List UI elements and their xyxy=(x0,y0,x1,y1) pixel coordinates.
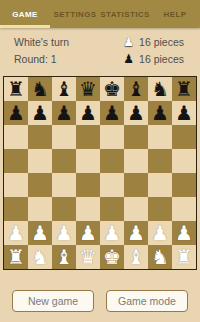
square-b7[interactable]: ♟ xyxy=(28,101,52,125)
white-pawn: ♟ xyxy=(7,221,25,245)
square-a7[interactable]: ♟ xyxy=(4,101,28,125)
game-mode-button[interactable]: Game mode xyxy=(106,290,188,312)
square-c7[interactable]: ♟ xyxy=(52,101,76,125)
square-h6[interactable] xyxy=(172,125,196,149)
square-d7[interactable]: ♟ xyxy=(76,101,100,125)
square-f8[interactable]: ♝ xyxy=(124,77,148,101)
square-g6[interactable] xyxy=(148,125,172,149)
square-f2[interactable]: ♟ xyxy=(124,221,148,245)
tab-settings[interactable]: SETTINGS xyxy=(50,0,100,28)
tab-bar: GAME SETTINGS STATISTICS HELP xyxy=(0,0,200,28)
black-knight: ♞ xyxy=(31,77,49,101)
square-d3[interactable] xyxy=(76,197,100,221)
status-strip: White's turn Round: 1 ♟ 16 pieces ♟ 16 p… xyxy=(0,28,200,76)
black-knight: ♞ xyxy=(151,77,169,101)
black-bishop: ♝ xyxy=(127,77,145,101)
square-d6[interactable] xyxy=(76,125,100,149)
board-container: ♜♞♝♛♚♝♞♜♟♟♟♟♟♟♟♟♟♟♟♟♟♟♟♟♜♞♝♛♚♝♞♜ xyxy=(0,76,200,270)
square-g5[interactable] xyxy=(148,149,172,173)
square-a4[interactable] xyxy=(4,173,28,197)
square-c4[interactable] xyxy=(52,173,76,197)
square-e2[interactable]: ♟ xyxy=(100,221,124,245)
white-pawn: ♟ xyxy=(127,221,145,245)
square-a6[interactable] xyxy=(4,125,28,149)
square-d1[interactable]: ♛ xyxy=(76,245,100,269)
square-c1[interactable]: ♝ xyxy=(52,245,76,269)
white-piece-count-row: ♟ 16 pieces xyxy=(123,35,184,49)
tab-help[interactable]: HELP xyxy=(150,0,200,28)
square-g8[interactable]: ♞ xyxy=(148,77,172,101)
tab-statistics[interactable]: STATISTICS xyxy=(100,0,150,28)
square-h4[interactable] xyxy=(172,173,196,197)
action-buttons: New game Game mode xyxy=(0,290,200,312)
square-a8[interactable]: ♜ xyxy=(4,77,28,101)
white-pawn: ♟ xyxy=(103,221,121,245)
square-f6[interactable] xyxy=(124,125,148,149)
square-b8[interactable]: ♞ xyxy=(28,77,52,101)
black-pawn: ♟ xyxy=(175,101,193,125)
square-f5[interactable] xyxy=(124,149,148,173)
white-piece-count: 16 pieces xyxy=(139,35,184,49)
square-b6[interactable] xyxy=(28,125,52,149)
square-h5[interactable] xyxy=(172,149,196,173)
square-g4[interactable] xyxy=(148,173,172,197)
black-pawn: ♟ xyxy=(103,101,121,125)
square-e8[interactable]: ♚ xyxy=(100,77,124,101)
white-pawn-icon: ♟ xyxy=(123,35,134,49)
black-piece-count-row: ♟ 16 pieces xyxy=(123,52,184,66)
square-b3[interactable] xyxy=(28,197,52,221)
square-f7[interactable]: ♟ xyxy=(124,101,148,125)
white-pawn: ♟ xyxy=(55,221,73,245)
black-pawn: ♟ xyxy=(151,101,169,125)
white-knight: ♞ xyxy=(151,245,169,269)
turn-info: White's turn Round: 1 xyxy=(14,35,69,76)
square-c8[interactable]: ♝ xyxy=(52,77,76,101)
square-c5[interactable] xyxy=(52,149,76,173)
white-rook: ♜ xyxy=(7,245,25,269)
square-f4[interactable] xyxy=(124,173,148,197)
white-knight: ♞ xyxy=(31,245,49,269)
square-b2[interactable]: ♟ xyxy=(28,221,52,245)
square-d4[interactable] xyxy=(76,173,100,197)
square-f3[interactable] xyxy=(124,197,148,221)
black-bishop: ♝ xyxy=(55,77,73,101)
square-h1[interactable]: ♜ xyxy=(172,245,196,269)
square-b5[interactable] xyxy=(28,149,52,173)
square-d5[interactable] xyxy=(76,149,100,173)
square-g2[interactable]: ♟ xyxy=(148,221,172,245)
white-pawn: ♟ xyxy=(151,221,169,245)
black-rook: ♜ xyxy=(175,77,193,101)
square-h8[interactable]: ♜ xyxy=(172,77,196,101)
square-a2[interactable]: ♟ xyxy=(4,221,28,245)
new-game-button[interactable]: New game xyxy=(12,290,94,312)
square-e7[interactable]: ♟ xyxy=(100,101,124,125)
square-g3[interactable] xyxy=(148,197,172,221)
square-a5[interactable] xyxy=(4,149,28,173)
white-pawn: ♟ xyxy=(79,221,97,245)
black-pawn: ♟ xyxy=(127,101,145,125)
square-c2[interactable]: ♟ xyxy=(52,221,76,245)
black-queen: ♛ xyxy=(79,77,97,101)
black-pawn: ♟ xyxy=(55,101,73,125)
black-king: ♚ xyxy=(103,77,121,101)
square-h7[interactable]: ♟ xyxy=(172,101,196,125)
black-pawn: ♟ xyxy=(7,101,25,125)
round-label: Round: 1 xyxy=(14,52,69,66)
tab-game[interactable]: GAME xyxy=(0,0,50,28)
black-pawn: ♟ xyxy=(79,101,97,125)
square-b4[interactable] xyxy=(28,173,52,197)
square-f1[interactable]: ♝ xyxy=(124,245,148,269)
white-pawn: ♟ xyxy=(31,221,49,245)
square-c3[interactable] xyxy=(52,197,76,221)
black-pawn: ♟ xyxy=(31,101,49,125)
square-h3[interactable] xyxy=(172,197,196,221)
square-e3[interactable] xyxy=(100,197,124,221)
piece-counts: ♟ 16 pieces ♟ 16 pieces xyxy=(123,35,186,76)
white-rook: ♜ xyxy=(175,245,193,269)
white-bishop: ♝ xyxy=(127,245,145,269)
white-bishop: ♝ xyxy=(55,245,73,269)
chess-board: ♜♞♝♛♚♝♞♜♟♟♟♟♟♟♟♟♟♟♟♟♟♟♟♟♜♞♝♛♚♝♞♜ xyxy=(3,76,197,270)
black-rook: ♜ xyxy=(7,77,25,101)
square-e5[interactable] xyxy=(100,149,124,173)
white-pawn: ♟ xyxy=(175,221,193,245)
square-e1[interactable]: ♚ xyxy=(100,245,124,269)
square-g1[interactable]: ♞ xyxy=(148,245,172,269)
square-d2[interactable]: ♟ xyxy=(76,221,100,245)
black-piece-count: 16 pieces xyxy=(139,52,184,66)
square-d8[interactable]: ♛ xyxy=(76,77,100,101)
square-e4[interactable] xyxy=(100,173,124,197)
white-queen: ♛ xyxy=(79,245,97,269)
square-a1[interactable]: ♜ xyxy=(4,245,28,269)
black-pawn-icon: ♟ xyxy=(123,52,134,66)
turn-label: White's turn xyxy=(14,35,69,49)
white-king: ♚ xyxy=(103,245,121,269)
square-a3[interactable] xyxy=(4,197,28,221)
square-c6[interactable] xyxy=(52,125,76,149)
square-g7[interactable]: ♟ xyxy=(148,101,172,125)
square-e6[interactable] xyxy=(100,125,124,149)
square-b1[interactable]: ♞ xyxy=(28,245,52,269)
square-h2[interactable]: ♟ xyxy=(172,221,196,245)
